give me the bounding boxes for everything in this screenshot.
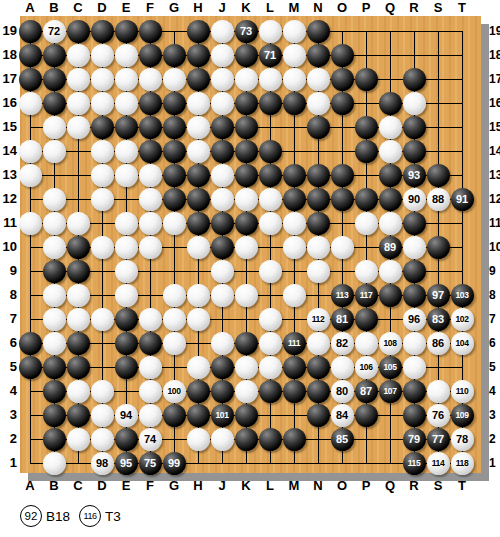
row-label-left-10: 10 <box>2 240 17 254</box>
stone-E10 <box>115 236 138 259</box>
stone-P6 <box>355 332 378 355</box>
move-number-72: 72 <box>48 26 60 37</box>
move-number-80: 80 <box>336 386 348 397</box>
stone-T7: 102 <box>451 308 474 331</box>
stone-D7 <box>91 308 114 331</box>
stone-H4 <box>187 380 210 403</box>
stone-G18 <box>163 44 186 67</box>
stone-Q6: 108 <box>379 332 402 355</box>
row-label-left-8: 8 <box>2 288 17 302</box>
stone-J14 <box>211 140 234 163</box>
stone-K19: 73 <box>235 20 258 43</box>
stone-R12: 90 <box>403 188 426 211</box>
stone-G16 <box>163 92 186 115</box>
column-label-bottom-D: D <box>97 479 106 493</box>
stone-A19 <box>19 20 42 43</box>
column-label-top-A: A <box>25 1 34 15</box>
column-label-bottom-O: O <box>337 479 347 493</box>
stone-G7 <box>163 308 186 331</box>
stone-C6 <box>67 332 90 355</box>
stone-F11 <box>139 212 162 235</box>
stone-O18 <box>331 44 354 67</box>
row-label-right-16: 16 <box>489 96 500 110</box>
stone-M18 <box>283 44 306 67</box>
stone-K11 <box>235 212 258 235</box>
row-label-left-12: 12 <box>2 192 17 206</box>
column-label-bottom-Q: Q <box>385 479 395 493</box>
stone-D13 <box>91 164 114 187</box>
stone-B14 <box>43 140 66 163</box>
go-diagram: 7273719390889189113117971031128196831021… <box>0 0 500 537</box>
stone-C3 <box>67 404 90 427</box>
row-label-left-7: 7 <box>2 312 17 326</box>
move-number-107: 107 <box>384 387 397 396</box>
move-number-98: 98 <box>96 458 108 469</box>
stone-B2 <box>43 428 66 451</box>
stone-G14 <box>163 140 186 163</box>
column-label-top-R: R <box>409 1 418 15</box>
stone-N6 <box>307 332 330 355</box>
stone-O3: 84 <box>331 404 354 427</box>
stone-H2 <box>187 428 210 451</box>
stone-K6 <box>235 332 258 355</box>
stone-B9 <box>43 260 66 283</box>
stone-E18 <box>115 44 138 67</box>
stone-H11 <box>187 212 210 235</box>
stone-D10 <box>91 236 114 259</box>
stone-N17 <box>307 68 330 91</box>
stone-D3 <box>91 404 114 427</box>
stone-L18: 71 <box>259 44 282 67</box>
row-label-right-11: 11 <box>489 216 500 230</box>
stone-O6: 82 <box>331 332 354 355</box>
stone-E15 <box>115 116 138 139</box>
column-label-top-H: H <box>193 1 202 15</box>
stone-O13 <box>331 164 354 187</box>
move-number-114: 114 <box>432 459 445 468</box>
stone-G8 <box>163 284 186 307</box>
stone-B12 <box>43 188 66 211</box>
stone-N7: 112 <box>307 308 330 331</box>
stone-Q12 <box>379 188 402 211</box>
stone-D2 <box>91 428 114 451</box>
row-label-right-17: 17 <box>489 72 500 86</box>
stone-D17 <box>91 68 114 91</box>
stone-A17 <box>19 68 42 91</box>
stone-C7 <box>67 308 90 331</box>
row-label-right-5: 5 <box>489 360 496 374</box>
stone-K8 <box>235 284 258 307</box>
stone-E14 <box>115 140 138 163</box>
stone-N13 <box>307 164 330 187</box>
stone-R3 <box>403 404 426 427</box>
stone-J9 <box>211 260 234 283</box>
stone-R11 <box>403 212 426 235</box>
stone-L17 <box>259 68 282 91</box>
column-label-top-J: J <box>218 1 225 15</box>
stone-R1: 115 <box>403 452 426 475</box>
stone-Q5: 105 <box>379 356 402 379</box>
column-label-top-C: C <box>73 1 82 15</box>
stone-C10 <box>67 236 90 259</box>
stone-Q11 <box>379 212 402 235</box>
stone-E2 <box>115 428 138 451</box>
column-label-bottom-S: S <box>434 479 443 493</box>
stone-C19 <box>67 20 90 43</box>
stone-N15 <box>307 116 330 139</box>
stone-M11 <box>283 212 306 235</box>
stone-K13 <box>235 164 258 187</box>
stone-M10 <box>283 236 306 259</box>
move-number-76: 76 <box>432 410 444 421</box>
stone-E7 <box>115 308 138 331</box>
stone-O5 <box>331 356 354 379</box>
stone-F12 <box>139 188 162 211</box>
stone-K17 <box>235 68 258 91</box>
stone-B16 <box>43 92 66 115</box>
stone-C9 <box>67 260 90 283</box>
move-number-95: 95 <box>120 458 132 469</box>
stone-C2 <box>67 428 90 451</box>
stone-E13 <box>115 164 138 187</box>
stone-L16 <box>259 92 282 115</box>
stone-R5 <box>403 356 426 379</box>
move-number-71: 71 <box>264 50 276 61</box>
stone-H5 <box>187 356 210 379</box>
stone-Q10: 89 <box>379 236 402 259</box>
stone-A14 <box>19 140 42 163</box>
column-label-top-T: T <box>458 1 466 15</box>
stone-K15 <box>235 116 258 139</box>
row-label-right-13: 13 <box>489 168 500 182</box>
stone-K18 <box>235 44 258 67</box>
move-number-79: 79 <box>408 434 420 445</box>
stone-P7 <box>355 308 378 331</box>
stone-D15 <box>91 116 114 139</box>
row-label-left-2: 2 <box>2 432 17 446</box>
stone-K2 <box>235 428 258 451</box>
stone-B6 <box>43 332 66 355</box>
stone-N12 <box>307 188 330 211</box>
stone-C11 <box>67 212 90 235</box>
row-label-left-16: 16 <box>2 96 17 110</box>
stone-J15 <box>211 116 234 139</box>
stone-S6: 86 <box>427 332 450 355</box>
stone-A5 <box>19 356 42 379</box>
row-label-right-3: 3 <box>489 408 496 422</box>
stone-H8 <box>187 284 210 307</box>
stone-K4 <box>235 380 258 403</box>
stone-P15 <box>355 116 378 139</box>
move-number-112: 112 <box>312 315 325 324</box>
stone-M16 <box>283 92 306 115</box>
move-number-75: 75 <box>144 458 156 469</box>
stone-R15 <box>403 116 426 139</box>
stone-Q13 <box>379 164 402 187</box>
row-label-left-3: 3 <box>2 408 17 422</box>
stone-A16 <box>19 92 42 115</box>
stone-C16 <box>67 92 90 115</box>
stone-F6 <box>139 332 162 355</box>
stone-G3 <box>163 404 186 427</box>
column-label-top-M: M <box>289 1 300 15</box>
stone-G4: 100 <box>163 380 186 403</box>
move-number-111: 111 <box>288 339 300 348</box>
stone-H3 <box>187 404 210 427</box>
stone-B19: 72 <box>43 20 66 43</box>
move-number-100: 100 <box>168 387 181 396</box>
stone-F5 <box>139 356 162 379</box>
stone-D16 <box>91 92 114 115</box>
stone-S1: 114 <box>427 452 450 475</box>
column-label-bottom-F: F <box>146 479 154 493</box>
stone-N5 <box>307 356 330 379</box>
stone-O17 <box>331 68 354 91</box>
stone-R9 <box>403 260 426 283</box>
stone-J5 <box>211 356 234 379</box>
caption-move-116-stone: 116 <box>79 505 101 527</box>
stone-F19 <box>139 20 162 43</box>
stone-K16 <box>235 92 258 115</box>
stone-F17 <box>139 68 162 91</box>
stone-P11 <box>355 212 378 235</box>
move-number-91: 91 <box>456 194 468 205</box>
stone-P5: 106 <box>355 356 378 379</box>
stone-R16 <box>403 92 426 115</box>
stone-B15 <box>43 116 66 139</box>
stone-J6 <box>211 332 234 355</box>
move-number-118: 118 <box>456 459 469 468</box>
stone-E16 <box>115 92 138 115</box>
stone-H7 <box>187 308 210 331</box>
go-board[interactable]: 7273719390889189113117971031128196831021… <box>20 16 481 473</box>
row-label-right-2: 2 <box>489 432 496 446</box>
move-number-83: 83 <box>432 314 444 325</box>
row-label-left-13: 13 <box>2 168 17 182</box>
column-label-top-Q: Q <box>385 1 395 15</box>
column-label-bottom-P: P <box>362 479 371 493</box>
stone-R17 <box>403 68 426 91</box>
stone-N3 <box>307 404 330 427</box>
stone-M5 <box>283 356 306 379</box>
stone-N18 <box>307 44 330 67</box>
stone-Q14 <box>379 140 402 163</box>
stone-E17 <box>115 68 138 91</box>
stone-F3 <box>139 404 162 427</box>
move-number-77: 77 <box>432 434 444 445</box>
stone-A11 <box>19 212 42 235</box>
stone-F15 <box>139 116 162 139</box>
column-label-top-S: S <box>434 1 443 15</box>
stone-L2 <box>259 428 282 451</box>
move-number-94: 94 <box>120 410 132 421</box>
column-label-bottom-N: N <box>313 479 322 493</box>
stone-K3 <box>235 404 258 427</box>
move-number-102: 102 <box>456 315 469 324</box>
stone-E5 <box>115 356 138 379</box>
column-label-bottom-C: C <box>73 479 82 493</box>
stone-B7 <box>43 308 66 331</box>
stone-G15 <box>163 116 186 139</box>
stone-B8 <box>43 284 66 307</box>
stone-P12 <box>355 188 378 211</box>
column-label-bottom-R: R <box>409 479 418 493</box>
stone-O4: 80 <box>331 380 354 403</box>
move-number-115: 115 <box>408 459 421 468</box>
stone-S8: 97 <box>427 284 450 307</box>
stone-B11 <box>43 212 66 235</box>
stone-A6 <box>19 332 42 355</box>
stone-K10 <box>235 236 258 259</box>
stone-J17 <box>211 68 234 91</box>
stone-T12: 91 <box>451 188 474 211</box>
move-number-84: 84 <box>336 410 348 421</box>
stone-R6 <box>403 332 426 355</box>
move-number-99: 99 <box>168 458 180 469</box>
stone-R13: 93 <box>403 164 426 187</box>
move-number-105: 105 <box>384 363 397 372</box>
stone-L6 <box>259 332 282 355</box>
stone-R2: 79 <box>403 428 426 451</box>
column-label-top-N: N <box>313 1 322 15</box>
stone-J10 <box>211 236 234 259</box>
row-label-right-14: 14 <box>489 144 500 158</box>
row-label-left-17: 17 <box>2 72 17 86</box>
row-label-left-4: 4 <box>2 384 17 398</box>
move-number-81: 81 <box>336 314 348 325</box>
stone-R8 <box>403 284 426 307</box>
stone-S2: 77 <box>427 428 450 451</box>
move-number-85: 85 <box>336 434 348 445</box>
stone-J13 <box>211 164 234 187</box>
stone-H15 <box>187 116 210 139</box>
stone-Q8 <box>379 284 402 307</box>
stone-T4: 110 <box>451 380 474 403</box>
stone-F13 <box>139 164 162 187</box>
stone-S7: 83 <box>427 308 450 331</box>
row-label-right-4: 4 <box>489 384 496 398</box>
stone-B18 <box>43 44 66 67</box>
stone-F1: 75 <box>139 452 162 475</box>
move-number-101: 101 <box>216 411 229 420</box>
stone-L9 <box>259 260 282 283</box>
stone-J19 <box>211 20 234 43</box>
stone-J16 <box>211 92 234 115</box>
stone-H18 <box>187 44 210 67</box>
stone-N16 <box>307 92 330 115</box>
move-number-90: 90 <box>408 194 420 205</box>
caption-move-92-stone: 92 <box>20 505 42 527</box>
stone-D12 <box>91 188 114 211</box>
move-number-113: 113 <box>336 291 349 300</box>
row-label-right-18: 18 <box>489 48 500 62</box>
column-label-top-F: F <box>146 1 154 15</box>
stone-E3: 94 <box>115 404 138 427</box>
stone-N10 <box>307 236 330 259</box>
move-number-96: 96 <box>408 314 420 325</box>
stone-O12 <box>331 188 354 211</box>
row-label-right-12: 12 <box>489 192 500 206</box>
stone-C4 <box>67 380 90 403</box>
stone-P9 <box>355 260 378 283</box>
column-label-bottom-A: A <box>25 479 34 493</box>
stone-M17 <box>283 68 306 91</box>
stone-D18 <box>91 44 114 67</box>
stone-S12: 88 <box>427 188 450 211</box>
stone-N19 <box>307 20 330 43</box>
stone-B1 <box>43 452 66 475</box>
stone-A13 <box>19 164 42 187</box>
stone-J2 <box>211 428 234 451</box>
column-label-bottom-G: G <box>169 479 179 493</box>
move-number-73: 73 <box>240 26 252 37</box>
row-label-right-8: 8 <box>489 288 496 302</box>
move-number-108: 108 <box>384 339 397 348</box>
row-label-left-14: 14 <box>2 144 17 158</box>
move-number-86: 86 <box>432 338 444 349</box>
move-number-117: 117 <box>360 291 373 300</box>
stone-G13 <box>163 164 186 187</box>
column-label-top-E: E <box>122 1 131 15</box>
stone-M4 <box>283 380 306 403</box>
stone-B3 <box>43 404 66 427</box>
stone-F10 <box>139 236 162 259</box>
caption: 92B18116T3 <box>20 504 130 528</box>
row-label-left-6: 6 <box>2 336 17 350</box>
stone-K5 <box>235 356 258 379</box>
stone-L4 <box>259 380 282 403</box>
row-label-left-11: 11 <box>2 216 17 230</box>
stone-T1: 118 <box>451 452 474 475</box>
column-label-top-P: P <box>362 1 371 15</box>
move-number-97: 97 <box>432 290 444 301</box>
stone-N11 <box>307 212 330 235</box>
stone-G1: 99 <box>163 452 186 475</box>
stone-R7: 96 <box>403 308 426 331</box>
stone-O8: 113 <box>331 284 354 307</box>
stone-B4 <box>43 380 66 403</box>
stone-J3: 101 <box>211 404 234 427</box>
stone-E1: 95 <box>115 452 138 475</box>
column-label-bottom-B: B <box>49 479 58 493</box>
move-number-93: 93 <box>408 170 420 181</box>
stone-O2: 85 <box>331 428 354 451</box>
stone-J8 <box>211 284 234 307</box>
stone-R4 <box>403 380 426 403</box>
stone-L14 <box>259 140 282 163</box>
stone-C8 <box>67 284 90 307</box>
stone-H13 <box>187 164 210 187</box>
column-label-top-K: K <box>241 1 250 15</box>
stone-E6 <box>115 332 138 355</box>
stone-B5 <box>43 356 66 379</box>
move-number-104: 104 <box>456 339 469 348</box>
stone-K12 <box>235 188 258 211</box>
stone-G12 <box>163 188 186 211</box>
stone-L12 <box>259 188 282 211</box>
stone-K14 <box>235 140 258 163</box>
row-label-right-19: 19 <box>489 24 500 38</box>
move-number-74: 74 <box>144 434 156 445</box>
stone-H14 <box>187 140 210 163</box>
stone-L5 <box>259 356 282 379</box>
stone-Q15 <box>379 116 402 139</box>
stone-C5 <box>67 356 90 379</box>
stone-Q4: 107 <box>379 380 402 403</box>
stone-T6: 104 <box>451 332 474 355</box>
row-label-right-7: 7 <box>489 312 496 326</box>
row-label-left-1: 1 <box>2 456 17 470</box>
